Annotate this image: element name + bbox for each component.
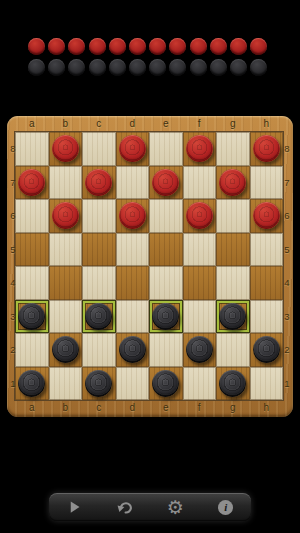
square-d4[interactable]: [116, 266, 150, 300]
square-b2[interactable]: [49, 333, 83, 367]
red-piece-b6[interactable]: [52, 202, 79, 229]
square-e6[interactable]: [149, 199, 183, 233]
square-d8[interactable]: [116, 132, 150, 166]
square-c1[interactable]: [82, 367, 116, 401]
file-label-bottom-d: d: [116, 402, 150, 413]
square-e7[interactable]: [149, 166, 183, 200]
rank-label-right-8: 8: [280, 132, 294, 166]
square-a8[interactable]: [15, 132, 49, 166]
file-label-top-g: g: [216, 118, 250, 129]
square-e3[interactable]: [149, 300, 183, 334]
info-icon: i: [218, 500, 233, 515]
play-button[interactable]: [55, 494, 93, 520]
square-h1[interactable]: [250, 367, 284, 401]
square-g1[interactable]: [216, 367, 250, 401]
square-a6[interactable]: [15, 199, 49, 233]
square-h4[interactable]: [250, 266, 284, 300]
rank-label-left-8: 8: [6, 132, 20, 166]
red-tray-piece: [149, 38, 166, 55]
square-b5[interactable]: [49, 233, 83, 267]
black-tray-piece: [230, 59, 247, 76]
file-label-bottom-b: b: [49, 402, 83, 413]
rank-label-right-1: 1: [280, 367, 294, 401]
settings-button[interactable]: ⚙: [156, 494, 194, 520]
black-pieces-tray: [28, 59, 267, 76]
play-icon: [67, 499, 82, 515]
black-piece-b2[interactable]: [52, 336, 79, 363]
rank-label-right-3: 3: [280, 300, 294, 334]
black-piece-e1[interactable]: [152, 370, 179, 397]
square-e5[interactable]: [149, 233, 183, 267]
black-tray-piece: [89, 59, 106, 76]
square-d7[interactable]: [116, 166, 150, 200]
square-c4[interactable]: [82, 266, 116, 300]
rank-label-right-7: 7: [280, 166, 294, 200]
rank-label-left-4: 4: [6, 266, 20, 300]
red-piece-g7[interactable]: [219, 169, 246, 196]
square-c6[interactable]: [82, 199, 116, 233]
square-a7[interactable]: [15, 166, 49, 200]
rank-label-left-2: 2: [6, 333, 20, 367]
file-label-bottom-g: g: [216, 402, 250, 413]
square-a2[interactable]: [15, 333, 49, 367]
black-tray-piece: [190, 59, 207, 76]
file-label-top-f: f: [183, 118, 217, 129]
red-tray-piece: [68, 38, 85, 55]
square-d5[interactable]: [116, 233, 150, 267]
square-b6[interactable]: [49, 199, 83, 233]
red-piece-c7[interactable]: [85, 169, 112, 196]
rank-label-right-4: 4: [280, 266, 294, 300]
square-f5[interactable]: [183, 233, 217, 267]
rank-label-right-5: 5: [280, 233, 294, 267]
red-piece-h8[interactable]: [253, 135, 280, 162]
square-h5[interactable]: [250, 233, 284, 267]
square-f6[interactable]: [183, 199, 217, 233]
square-g7[interactable]: [216, 166, 250, 200]
board-squares: [15, 132, 283, 400]
black-tray-piece: [109, 59, 126, 76]
square-d3[interactable]: [116, 300, 150, 334]
square-g6[interactable]: [216, 199, 250, 233]
square-e2[interactable]: [149, 333, 183, 367]
rank-label-left-6: 6: [6, 199, 20, 233]
square-b4[interactable]: [49, 266, 83, 300]
square-f4[interactable]: [183, 266, 217, 300]
file-label-bottom-e: e: [149, 402, 183, 413]
black-tray-piece: [169, 59, 186, 76]
red-piece-f6[interactable]: [186, 202, 213, 229]
square-g8[interactable]: [216, 132, 250, 166]
black-piece-a3[interactable]: [18, 303, 45, 330]
rank-label-left-7: 7: [6, 166, 20, 200]
black-tray-piece: [48, 59, 65, 76]
file-label-bottom-h: h: [250, 402, 284, 413]
square-f3[interactable]: [183, 300, 217, 334]
red-tray-piece: [190, 38, 207, 55]
rank-label-right-6: 6: [280, 199, 294, 233]
square-g3[interactable]: [216, 300, 250, 334]
square-h3[interactable]: [250, 300, 284, 334]
red-tray-piece: [210, 38, 227, 55]
black-tray-piece: [28, 59, 45, 76]
gear-icon: ⚙: [167, 498, 184, 517]
square-e1[interactable]: [149, 367, 183, 401]
black-piece-g1[interactable]: [219, 370, 246, 397]
black-piece-f2[interactable]: [186, 336, 213, 363]
red-piece-f8[interactable]: [186, 135, 213, 162]
square-h2[interactable]: [250, 333, 284, 367]
black-piece-c1[interactable]: [85, 370, 112, 397]
square-g5[interactable]: [216, 233, 250, 267]
black-piece-h2[interactable]: [253, 336, 280, 363]
file-label-bottom-a: a: [15, 402, 49, 413]
red-piece-a7[interactable]: [18, 169, 45, 196]
black-tray-piece: [210, 59, 227, 76]
square-b8[interactable]: [49, 132, 83, 166]
square-g2[interactable]: [216, 333, 250, 367]
red-tray-piece: [250, 38, 267, 55]
red-tray-piece: [28, 38, 45, 55]
black-piece-a1[interactable]: [18, 370, 45, 397]
square-f7[interactable]: [183, 166, 217, 200]
black-piece-d2[interactable]: [119, 336, 146, 363]
file-label-bottom-c: c: [82, 402, 116, 413]
undo-icon: [116, 499, 133, 516]
square-a5[interactable]: [15, 233, 49, 267]
black-piece-c3[interactable]: [85, 303, 112, 330]
black-tray-piece: [250, 59, 267, 76]
square-e4[interactable]: [149, 266, 183, 300]
file-label-top-a: a: [15, 118, 49, 129]
square-g4[interactable]: [216, 266, 250, 300]
red-piece-b8[interactable]: [52, 135, 79, 162]
red-tray-piece: [89, 38, 106, 55]
red-piece-h6[interactable]: [253, 202, 280, 229]
square-b7[interactable]: [49, 166, 83, 200]
red-tray-piece: [230, 38, 247, 55]
square-b1[interactable]: [49, 367, 83, 401]
black-tray-piece: [129, 59, 146, 76]
square-a4[interactable]: [15, 266, 49, 300]
red-tray-piece: [109, 38, 126, 55]
file-label-top-c: c: [82, 118, 116, 129]
red-piece-e7[interactable]: [152, 169, 179, 196]
square-f8[interactable]: [183, 132, 217, 166]
black-tray-piece: [149, 59, 166, 76]
app-screen: { "game": "checkers", "app": { "backgrou…: [0, 0, 300, 533]
file-label-bottom-f: f: [183, 402, 217, 413]
file-label-top-b: b: [49, 118, 83, 129]
rank-label-left-5: 5: [6, 233, 20, 267]
square-b3[interactable]: [49, 300, 83, 334]
square-a3[interactable]: [15, 300, 49, 334]
black-piece-g3[interactable]: [219, 303, 246, 330]
square-d2[interactable]: [116, 333, 150, 367]
red-piece-d6[interactable]: [119, 202, 146, 229]
file-label-top-e: e: [149, 118, 183, 129]
red-tray-piece: [48, 38, 65, 55]
black-tray-piece: [68, 59, 85, 76]
checkers-board: aabbccddeeffgghh8877665544332211: [7, 116, 293, 417]
square-d6[interactable]: [116, 199, 150, 233]
square-h8[interactable]: [250, 132, 284, 166]
rank-label-left-1: 1: [6, 367, 20, 401]
rank-label-right-2: 2: [280, 333, 294, 367]
square-h7[interactable]: [250, 166, 284, 200]
info-button[interactable]: i: [207, 494, 245, 520]
red-piece-d8[interactable]: [119, 135, 146, 162]
square-f2[interactable]: [183, 333, 217, 367]
square-h6[interactable]: [250, 199, 284, 233]
square-f1[interactable]: [183, 367, 217, 401]
square-d1[interactable]: [116, 367, 150, 401]
square-c5[interactable]: [82, 233, 116, 267]
file-label-top-h: h: [250, 118, 284, 129]
bottom-toolbar: ⚙ i: [49, 493, 251, 521]
square-e8[interactable]: [149, 132, 183, 166]
red-tray-piece: [169, 38, 186, 55]
file-label-top-d: d: [116, 118, 150, 129]
rank-label-left-3: 3: [6, 300, 20, 334]
red-pieces-tray: [28, 38, 267, 55]
square-c8[interactable]: [82, 132, 116, 166]
square-c3[interactable]: [82, 300, 116, 334]
black-piece-e3[interactable]: [152, 303, 179, 330]
red-tray-piece: [129, 38, 146, 55]
undo-button[interactable]: [106, 494, 144, 520]
square-c7[interactable]: [82, 166, 116, 200]
square-c2[interactable]: [82, 333, 116, 367]
square-a1[interactable]: [15, 367, 49, 401]
